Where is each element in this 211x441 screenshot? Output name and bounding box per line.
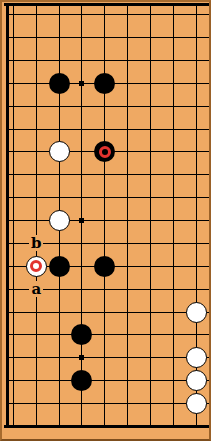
grid-line-vertical: [104, 4, 105, 427]
black-stone: [94, 73, 115, 94]
white-stone: [186, 302, 207, 323]
grid-line-horizontal: [7, 14, 211, 15]
star-point: [79, 218, 84, 223]
grid-line-vertical: [150, 4, 151, 427]
star-point: [79, 81, 84, 86]
grid-line-horizontal: [7, 380, 211, 381]
grid-line-vertical: [81, 4, 82, 427]
grid-line-horizontal: [7, 220, 211, 221]
white-stone: [186, 393, 207, 414]
grid-line-horizontal: [7, 357, 211, 358]
circle-mark: [99, 146, 111, 158]
white-stone: [186, 370, 207, 391]
grid-line-horizontal: [7, 312, 211, 313]
grid-line-horizontal: [7, 174, 211, 175]
grid-line-horizontal: [7, 403, 211, 404]
point-label-b: b: [29, 235, 43, 251]
board-edge-top: [4, 3, 211, 6]
grid-line-vertical: [127, 4, 128, 427]
grid-line-horizontal: [7, 334, 211, 335]
grid-line-vertical: [173, 4, 174, 427]
grid-line-horizontal: [7, 106, 211, 107]
board-edge-bottom: [4, 425, 211, 429]
point-label-a: a: [29, 281, 43, 297]
grid-line-horizontal: [7, 197, 211, 198]
black-stone: [49, 73, 70, 94]
star-point: [79, 355, 84, 360]
white-stone: [186, 347, 207, 368]
grid-line-vertical: [36, 4, 37, 427]
black-stone: [94, 256, 115, 277]
black-stone: [49, 256, 70, 277]
white-stone: [49, 141, 70, 162]
grid-line-horizontal: [7, 129, 211, 130]
grid-line-horizontal: [7, 37, 211, 38]
go-diagram: ba: [0, 0, 211, 441]
white-stone: [49, 210, 70, 231]
grid-line-horizontal: [7, 60, 211, 61]
board-edge-left: [6, 3, 9, 428]
grid-line-vertical: [13, 4, 14, 427]
